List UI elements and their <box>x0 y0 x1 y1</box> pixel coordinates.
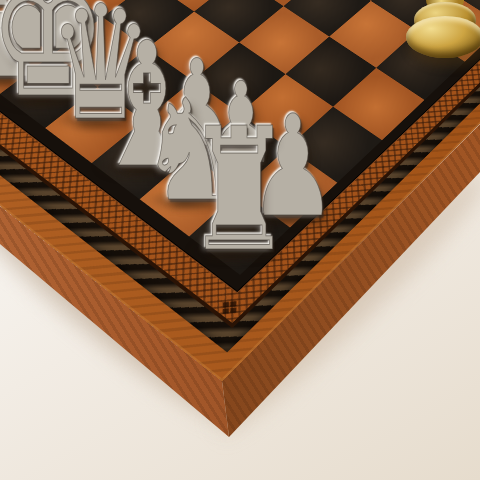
chess-photo-stage: ❖ ♝♚♛♝♟♞♟♜♟ <box>0 0 480 480</box>
white-rook-a1[interactable]: ♜ <box>186 105 293 275</box>
brass-piece-partial[interactable] <box>398 0 480 72</box>
brass-piece-base <box>406 16 480 58</box>
